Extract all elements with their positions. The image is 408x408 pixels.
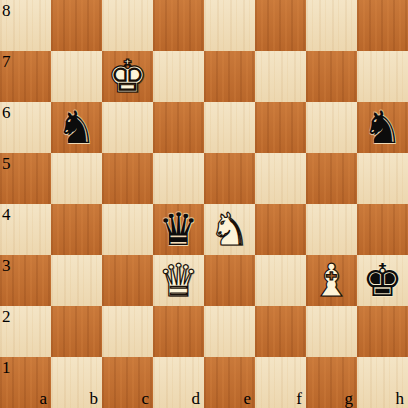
file-label-a: a bbox=[39, 390, 47, 407]
square-a5[interactable]: 5 bbox=[0, 153, 51, 204]
piece-white-bishop-g3[interactable]: ♝ bbox=[306, 255, 357, 306]
rank-label-4: 4 bbox=[2, 206, 11, 223]
square-b3[interactable] bbox=[51, 255, 102, 306]
piece-black-knight-b6[interactable]: ♞ bbox=[51, 102, 102, 153]
square-d4[interactable]: ♛ bbox=[153, 204, 204, 255]
square-h1[interactable]: h bbox=[357, 357, 408, 408]
square-c5[interactable] bbox=[102, 153, 153, 204]
square-e6[interactable] bbox=[204, 102, 255, 153]
square-g6[interactable] bbox=[306, 102, 357, 153]
file-label-f: f bbox=[296, 390, 302, 407]
square-b6[interactable]: ♞ bbox=[51, 102, 102, 153]
piece-white-knight-e4[interactable]: ♞ bbox=[204, 204, 255, 255]
square-h7[interactable] bbox=[357, 51, 408, 102]
square-h6[interactable]: ♞ bbox=[357, 102, 408, 153]
square-e7[interactable] bbox=[204, 51, 255, 102]
square-f7[interactable] bbox=[255, 51, 306, 102]
square-d8[interactable] bbox=[153, 0, 204, 51]
file-label-e: e bbox=[243, 390, 251, 407]
square-g8[interactable] bbox=[306, 0, 357, 51]
file-label-g: g bbox=[345, 390, 354, 407]
piece-white-queen-d3[interactable]: ♛ bbox=[153, 255, 204, 306]
square-h5[interactable] bbox=[357, 153, 408, 204]
square-e1[interactable]: e bbox=[204, 357, 255, 408]
square-g2[interactable] bbox=[306, 306, 357, 357]
square-f6[interactable] bbox=[255, 102, 306, 153]
square-a2[interactable]: 2 bbox=[0, 306, 51, 357]
piece-white-king-c7[interactable]: ♚ bbox=[102, 51, 153, 102]
file-label-c: c bbox=[141, 390, 149, 407]
square-g4[interactable] bbox=[306, 204, 357, 255]
square-d6[interactable] bbox=[153, 102, 204, 153]
square-c4[interactable] bbox=[102, 204, 153, 255]
square-d2[interactable] bbox=[153, 306, 204, 357]
square-c2[interactable] bbox=[102, 306, 153, 357]
square-h8[interactable] bbox=[357, 0, 408, 51]
file-label-h: h bbox=[396, 390, 405, 407]
square-e4[interactable]: ♞ bbox=[204, 204, 255, 255]
square-f3[interactable] bbox=[255, 255, 306, 306]
square-b5[interactable] bbox=[51, 153, 102, 204]
square-f8[interactable] bbox=[255, 0, 306, 51]
piece-black-king-h3[interactable]: ♚ bbox=[357, 255, 408, 306]
square-d7[interactable] bbox=[153, 51, 204, 102]
square-c1[interactable]: c bbox=[102, 357, 153, 408]
square-a7[interactable]: 7 bbox=[0, 51, 51, 102]
rank-label-2: 2 bbox=[2, 308, 11, 325]
square-e5[interactable] bbox=[204, 153, 255, 204]
square-c8[interactable] bbox=[102, 0, 153, 51]
square-c3[interactable] bbox=[102, 255, 153, 306]
square-f5[interactable] bbox=[255, 153, 306, 204]
square-b8[interactable] bbox=[51, 0, 102, 51]
rank-label-8: 8 bbox=[2, 2, 11, 19]
square-b2[interactable] bbox=[51, 306, 102, 357]
square-d1[interactable]: d bbox=[153, 357, 204, 408]
square-d3[interactable]: ♛ bbox=[153, 255, 204, 306]
square-e2[interactable] bbox=[204, 306, 255, 357]
square-g3[interactable]: ♝ bbox=[306, 255, 357, 306]
square-a3[interactable]: 3 bbox=[0, 255, 51, 306]
square-a4[interactable]: 4 bbox=[0, 204, 51, 255]
square-f2[interactable] bbox=[255, 306, 306, 357]
square-b1[interactable]: b bbox=[51, 357, 102, 408]
rank-label-7: 7 bbox=[2, 53, 11, 70]
square-c6[interactable] bbox=[102, 102, 153, 153]
rank-label-6: 6 bbox=[2, 104, 11, 121]
square-e8[interactable] bbox=[204, 0, 255, 51]
file-label-b: b bbox=[90, 390, 99, 407]
square-d5[interactable] bbox=[153, 153, 204, 204]
square-a6[interactable]: 6 bbox=[0, 102, 51, 153]
square-c7[interactable]: ♚ bbox=[102, 51, 153, 102]
rank-label-3: 3 bbox=[2, 257, 11, 274]
file-label-d: d bbox=[192, 390, 201, 407]
square-h2[interactable] bbox=[357, 306, 408, 357]
square-h4[interactable] bbox=[357, 204, 408, 255]
square-g5[interactable] bbox=[306, 153, 357, 204]
square-h3[interactable]: ♚ bbox=[357, 255, 408, 306]
square-e3[interactable] bbox=[204, 255, 255, 306]
square-a8[interactable]: 8 bbox=[0, 0, 51, 51]
square-f1[interactable]: f bbox=[255, 357, 306, 408]
square-g1[interactable]: g bbox=[306, 357, 357, 408]
rank-label-1: 1 bbox=[2, 359, 11, 376]
piece-black-knight-h6[interactable]: ♞ bbox=[357, 102, 408, 153]
piece-black-queen-d4[interactable]: ♛ bbox=[153, 204, 204, 255]
square-b4[interactable] bbox=[51, 204, 102, 255]
square-g7[interactable] bbox=[306, 51, 357, 102]
rank-label-5: 5 bbox=[2, 155, 11, 172]
chess-board: 87♚6♞♞54♛♞3♛♝♚21abcdefgh bbox=[0, 0, 408, 408]
square-f4[interactable] bbox=[255, 204, 306, 255]
square-b7[interactable] bbox=[51, 51, 102, 102]
square-a1[interactable]: 1a bbox=[0, 357, 51, 408]
